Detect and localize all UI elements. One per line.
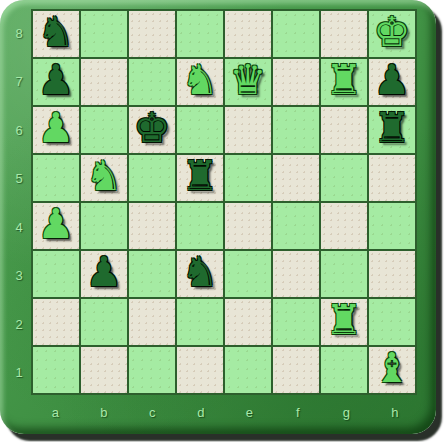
square-f4[interactable]	[273, 203, 319, 249]
black-pawn-piece[interactable]: ♟	[38, 60, 75, 101]
square-a5[interactable]	[33, 155, 79, 201]
square-f5[interactable]	[273, 155, 319, 201]
rank-label-4: 4	[0, 203, 31, 252]
white-rook-piece[interactable]: ♜	[326, 60, 363, 101]
black-pawn-piece[interactable]: ♟	[374, 60, 411, 101]
square-e6[interactable]	[225, 107, 271, 153]
square-h2[interactable]	[369, 299, 415, 345]
square-d3[interactable]: ♞	[177, 251, 223, 297]
square-f7[interactable]	[273, 59, 319, 105]
square-a3[interactable]	[33, 251, 79, 297]
square-g4[interactable]	[321, 203, 367, 249]
square-e5[interactable]	[225, 155, 271, 201]
rank-label-7: 7	[0, 58, 31, 107]
square-a6[interactable]: ♟	[33, 107, 79, 153]
rank-label-8: 8	[0, 9, 31, 58]
square-h3[interactable]	[369, 251, 415, 297]
black-knight-piece[interactable]: ♞	[38, 12, 75, 53]
file-label-e: e	[225, 398, 274, 426]
square-c1[interactable]	[129, 347, 175, 393]
white-pawn-piece[interactable]: ♟	[38, 204, 75, 245]
white-rook-piece[interactable]: ♜	[326, 300, 363, 341]
square-f6[interactable]	[273, 107, 319, 153]
square-d1[interactable]	[177, 347, 223, 393]
black-rook-piece[interactable]: ♜	[182, 156, 219, 197]
chess-board-grid[interactable]: ♞♚♟♞♛♜♟♟♚♜♞♜♟♟♞♜♝	[31, 9, 417, 395]
square-c6[interactable]: ♚	[129, 107, 175, 153]
square-d5[interactable]: ♜	[177, 155, 223, 201]
square-b7[interactable]	[81, 59, 127, 105]
square-b1[interactable]	[81, 347, 127, 393]
file-label-h: h	[371, 398, 420, 426]
square-c8[interactable]	[129, 11, 175, 57]
square-d4[interactable]	[177, 203, 223, 249]
rank-label-3: 3	[0, 252, 31, 301]
square-e3[interactable]	[225, 251, 271, 297]
square-b5[interactable]: ♞	[81, 155, 127, 201]
square-g1[interactable]	[321, 347, 367, 393]
file-label-g: g	[322, 398, 371, 426]
square-d7[interactable]: ♞	[177, 59, 223, 105]
square-g7[interactable]: ♜	[321, 59, 367, 105]
square-b4[interactable]	[81, 203, 127, 249]
square-f1[interactable]	[273, 347, 319, 393]
rank-label-5: 5	[0, 155, 31, 204]
square-g2[interactable]: ♜	[321, 299, 367, 345]
white-king-piece[interactable]: ♚	[374, 12, 411, 53]
file-label-c: c	[128, 398, 177, 426]
square-c5[interactable]	[129, 155, 175, 201]
square-b8[interactable]	[81, 11, 127, 57]
square-a1[interactable]	[33, 347, 79, 393]
square-h7[interactable]: ♟	[369, 59, 415, 105]
square-h8[interactable]: ♚	[369, 11, 415, 57]
square-c4[interactable]	[129, 203, 175, 249]
square-a7[interactable]: ♟	[33, 59, 79, 105]
white-bishop-piece[interactable]: ♝	[374, 348, 411, 389]
square-e2[interactable]	[225, 299, 271, 345]
square-c7[interactable]	[129, 59, 175, 105]
file-label-a: a	[31, 398, 80, 426]
square-h1[interactable]: ♝	[369, 347, 415, 393]
square-g8[interactable]	[321, 11, 367, 57]
square-h6[interactable]: ♜	[369, 107, 415, 153]
black-knight-piece[interactable]: ♞	[182, 252, 219, 293]
black-pawn-piece[interactable]: ♟	[86, 252, 123, 293]
square-a4[interactable]: ♟	[33, 203, 79, 249]
square-e4[interactable]	[225, 203, 271, 249]
square-g6[interactable]	[321, 107, 367, 153]
square-c3[interactable]	[129, 251, 175, 297]
square-f8[interactable]	[273, 11, 319, 57]
square-c2[interactable]	[129, 299, 175, 345]
square-b2[interactable]	[81, 299, 127, 345]
file-label-f: f	[274, 398, 323, 426]
square-b3[interactable]: ♟	[81, 251, 127, 297]
square-e8[interactable]	[225, 11, 271, 57]
square-a2[interactable]	[33, 299, 79, 345]
file-label-d: d	[177, 398, 226, 426]
white-knight-piece[interactable]: ♞	[86, 156, 123, 197]
white-pawn-piece[interactable]: ♟	[38, 108, 75, 149]
square-e7[interactable]: ♛	[225, 59, 271, 105]
white-knight-piece[interactable]: ♞	[182, 60, 219, 101]
file-label-b: b	[80, 398, 129, 426]
square-f3[interactable]	[273, 251, 319, 297]
rank-label-1: 1	[0, 349, 31, 398]
square-d6[interactable]	[177, 107, 223, 153]
square-g5[interactable]	[321, 155, 367, 201]
file-labels: abcdefgh	[31, 398, 419, 426]
rank-label-6: 6	[0, 106, 31, 155]
square-b6[interactable]	[81, 107, 127, 153]
black-king-piece[interactable]: ♚	[134, 108, 171, 149]
white-queen-piece[interactable]: ♛	[230, 60, 267, 101]
square-f2[interactable]	[273, 299, 319, 345]
square-a8[interactable]: ♞	[33, 11, 79, 57]
square-d2[interactable]	[177, 299, 223, 345]
square-d8[interactable]	[177, 11, 223, 57]
black-rook-piece[interactable]: ♜	[374, 108, 411, 149]
rank-labels: 87654321	[0, 9, 31, 397]
square-e1[interactable]	[225, 347, 271, 393]
square-h5[interactable]	[369, 155, 415, 201]
square-h4[interactable]	[369, 203, 415, 249]
square-g3[interactable]	[321, 251, 367, 297]
chess-board-window: 87654321 ♞♚♟♞♛♜♟♟♚♜♞♜♟♟♞♜♝ abcdefgh	[0, 0, 444, 442]
rank-label-2: 2	[0, 300, 31, 349]
